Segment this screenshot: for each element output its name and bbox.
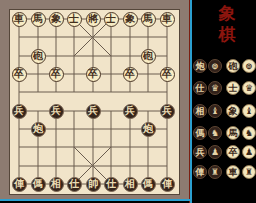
legend-black-chariot-icon: ♜ <box>242 165 256 179</box>
legend-red-horse-char: 傌 <box>193 126 207 140</box>
piece-red-horse[interactable]: 傌 <box>141 177 156 192</box>
panel-title: 象 棋 <box>213 3 241 45</box>
piece-black-soldier[interactable]: 卒 <box>123 67 138 82</box>
legend-red-soldier-icon: ♟ <box>208 145 222 159</box>
piece-black-horse[interactable]: 馬 <box>141 12 156 27</box>
piece-black-general[interactable]: 將 <box>86 12 101 27</box>
piece-red-advisor[interactable]: 仕 <box>104 177 119 192</box>
legend-black-advisor-icon: ♛ <box>242 81 256 95</box>
legend-red-elephant-icon: ♝ <box>208 104 222 118</box>
piece-red-cannon[interactable]: 炮 <box>141 122 156 137</box>
piece-red-general[interactable]: 帥 <box>86 177 101 192</box>
piece-black-chariot[interactable]: 車 <box>12 12 27 27</box>
legend-black-soldier-icon: ♟ <box>242 145 256 159</box>
piece-black-horse[interactable]: 馬 <box>31 12 46 27</box>
piece-black-soldier[interactable]: 卒 <box>86 67 101 82</box>
piece-black-advisor[interactable]: 士 <box>104 12 119 27</box>
legend-red-elephant-char: 相 <box>193 104 207 118</box>
piece-red-elephant[interactable]: 相 <box>123 177 138 192</box>
legend-black-chariot-char: 車 <box>226 165 240 179</box>
board-grid <box>10 10 179 194</box>
piece-black-soldier[interactable]: 卒 <box>160 67 175 82</box>
legend-black-elephant-icon: ♝ <box>242 104 256 118</box>
legend-red-soldier-char: 兵 <box>193 145 207 159</box>
piece-black-soldier[interactable]: 卒 <box>49 67 64 82</box>
legend-red-cannon-char: 炮 <box>193 59 207 73</box>
piece-black-elephant[interactable]: 象 <box>49 12 64 27</box>
xiangqi-board[interactable]: 車馬象士將士象馬車砲砲卒卒卒卒卒兵兵兵兵兵炮炮俥傌相仕帥仕相傌俥 <box>9 9 180 195</box>
piece-red-advisor[interactable]: 仕 <box>67 177 82 192</box>
legend-black-cannon-icon: ⊚ <box>242 59 256 73</box>
piece-black-soldier[interactable]: 卒 <box>12 67 27 82</box>
piece-red-elephant[interactable]: 相 <box>49 177 64 192</box>
legend-red-advisor-icon: ♛ <box>208 81 222 95</box>
piece-red-soldier[interactable]: 兵 <box>160 104 175 119</box>
legend-black-soldier-char: 卒 <box>226 145 240 159</box>
piece-black-cannon[interactable]: 砲 <box>31 49 46 64</box>
piece-red-soldier[interactable]: 兵 <box>86 104 101 119</box>
legend-black-horse-char: 馬 <box>226 126 240 140</box>
piece-black-chariot[interactable]: 車 <box>160 12 175 27</box>
legend-red-chariot-char: 俥 <box>193 165 207 179</box>
piece-red-chariot[interactable]: 俥 <box>160 177 175 192</box>
legend-red-horse-icon: ♞ <box>208 126 222 140</box>
legend-black-horse-icon: ♞ <box>242 126 256 140</box>
board-frame: 車馬象士將士象馬車砲砲卒卒卒卒卒兵兵兵兵兵炮炮俥傌相仕帥仕相傌俥 <box>0 0 190 201</box>
legend-black-advisor-char: 士 <box>226 81 240 95</box>
board-edge-blue-line-bottom <box>0 199 190 201</box>
piece-red-soldier[interactable]: 兵 <box>123 104 138 119</box>
piece-black-elephant[interactable]: 象 <box>123 12 138 27</box>
legend-red-chariot-icon: ♜ <box>208 165 222 179</box>
panel-title-char-1: 象 <box>213 3 241 24</box>
panel-title-char-2: 棋 <box>213 24 241 45</box>
legend-black-cannon-char: 砲 <box>226 59 240 73</box>
legend-red-cannon-icon: ⊚ <box>208 59 222 73</box>
piece-red-horse[interactable]: 傌 <box>31 177 46 192</box>
piece-red-chariot[interactable]: 俥 <box>12 177 27 192</box>
piece-black-cannon[interactable]: 砲 <box>141 49 156 64</box>
piece-black-advisor[interactable]: 士 <box>67 12 82 27</box>
piece-red-cannon[interactable]: 炮 <box>31 122 46 137</box>
legend-black-elephant-char: 象 <box>226 104 240 118</box>
legend-red-advisor-char: 仕 <box>193 81 207 95</box>
piece-red-soldier[interactable]: 兵 <box>12 104 27 119</box>
piece-red-soldier[interactable]: 兵 <box>49 104 64 119</box>
xiangqi-app: 車馬象士將士象馬車砲砲卒卒卒卒卒兵兵兵兵兵炮炮俥傌相仕帥仕相傌俥 象 棋 炮⊚砲… <box>0 0 256 203</box>
